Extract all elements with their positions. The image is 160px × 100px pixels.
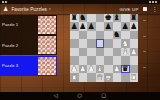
square-h1[interactable]: ♜ [130,73,139,82]
square-a3[interactable] [70,56,79,65]
square-a4[interactable] [70,48,79,57]
back-icon[interactable]: ◁ [54,93,58,98]
home-icon[interactable]: ○ [77,93,82,98]
square-b8[interactable]: ♞ [79,14,88,23]
chess-board: ♜♞♚♝♜♟♟♟♟♟♟♞♞♝♟♟♟♟♝♟♛♜♛♚♜ [70,14,138,82]
wood-glint [143,20,146,21]
notification-icon [2,1,4,3]
piece-black-rook[interactable]: ♜ [70,14,79,23]
square-a6[interactable] [70,31,79,40]
sidebar-item-puzzle-1[interactable]: Puzzle 1 [0,15,57,35]
app-title[interactable]: Favorite Puzzles [11,7,47,12]
piece-white-queen[interactable]: ♛ [96,73,105,82]
pawn-logo-icon: ♟ [3,6,8,12]
square-d4[interactable] [96,48,105,57]
square-g2[interactable]: ♛ [121,65,130,74]
square-f3[interactable] [113,56,122,65]
square-f7[interactable] [113,22,122,31]
square-f4[interactable] [113,48,122,57]
square-e4[interactable] [104,48,113,57]
square-h4[interactable]: ♟ [130,48,139,57]
give-up-button[interactable]: GIVE UP [119,7,138,12]
square-g3[interactable] [121,56,130,65]
square-e8[interactable]: ♚ [104,14,113,23]
puzzle-thumbnail-board [38,36,56,54]
square-c4[interactable] [87,48,96,57]
square-h6[interactable] [130,31,139,40]
square-c5[interactable] [87,39,96,48]
square-b1[interactable] [79,73,88,82]
wood-glint [143,36,146,37]
piece-black-bishop[interactable]: ♝ [113,14,122,23]
square-d3[interactable] [96,56,105,65]
puzzle-label: Puzzle 1 [2,22,38,27]
piece-black-knight[interactable]: ♞ [79,14,88,23]
title-dropdown-caret-icon[interactable]: ▾ [49,7,51,11]
piece-white-pawn[interactable]: ♟ [70,65,79,74]
square-f8[interactable]: ♝ [113,14,122,23]
screen: ♟ Favorite Puzzles ▾ GIVE UP ⋮ Puzzle 1 … [0,0,160,100]
square-d5[interactable] [96,39,105,48]
square-g7[interactable]: ♟ [121,22,130,31]
square-h8[interactable]: ♜ [130,14,139,23]
square-c6[interactable] [87,31,96,40]
square-a1[interactable]: ♜ [70,73,79,82]
square-e1[interactable]: ♚ [104,73,113,82]
piece-white-king[interactable]: ♚ [104,73,113,82]
square-b6[interactable] [79,31,88,40]
signal-icon [152,1,154,3]
wood-glint [143,67,146,68]
piece-black-pawn[interactable]: ♟ [87,22,96,31]
square-h7[interactable]: ♟ [130,22,139,31]
piece-black-pawn[interactable]: ♟ [130,22,139,31]
notification-icon [5,1,7,3]
square-d8[interactable] [96,14,105,23]
square-e5[interactable] [104,39,113,48]
piece-black-knight[interactable]: ♞ [113,31,122,40]
piece-white-pawn[interactable]: ♟ [130,48,139,57]
piece-black-pawn[interactable]: ♟ [79,22,88,31]
puzzle-thumbnail-board [38,57,56,75]
puzzle-list: Puzzle 1 Puzzle 2 Puzzle 3 [0,15,57,77]
piece-white-pawn[interactable]: ♟ [113,65,122,74]
square-b4[interactable] [79,48,88,57]
square-d7[interactable] [96,22,105,31]
wood-glint [143,51,146,52]
square-a8[interactable]: ♜ [70,14,79,23]
piece-white-rook[interactable]: ♜ [130,73,139,82]
square-a5[interactable] [70,39,79,48]
piece-black-pawn[interactable]: ♟ [104,22,113,31]
battery-icon [155,1,157,3]
piece-black-queen[interactable]: ♛ [121,65,130,74]
square-g8[interactable] [121,14,130,23]
puzzle-thumbnail-board [38,16,56,34]
square-d1[interactable]: ♛ [96,73,105,82]
square-f2[interactable]: ♟ [113,65,122,74]
square-c1[interactable] [87,73,96,82]
puzzle-label: Puzzle 3 [2,63,38,68]
square-g5[interactable]: ♞ [121,39,130,48]
square-c8[interactable] [87,14,96,23]
piece-white-knight[interactable]: ♞ [121,39,130,48]
piece-white-pawn[interactable]: ♟ [87,65,96,74]
piece-black-rook[interactable]: ♜ [130,14,139,23]
overflow-menu-icon[interactable]: ⋮ [152,7,158,11]
puzzle-label: Puzzle 2 [2,43,38,48]
piece-white-rook[interactable]: ♜ [70,73,79,82]
android-nav-bar: ◁ ○ ▢ [0,92,160,100]
square-b3[interactable] [79,56,88,65]
square-c7[interactable]: ♟ [87,22,96,31]
square-c2[interactable]: ♟ [87,65,96,74]
square-d2[interactable]: ♝ [96,65,105,74]
square-e3[interactable] [104,56,113,65]
square-h3[interactable] [130,56,139,65]
square-d6[interactable] [96,31,105,40]
square-b5[interactable] [79,39,88,48]
square-e7[interactable]: ♟ [104,22,113,31]
square-b7[interactable]: ♟ [79,22,88,31]
square-h5[interactable] [130,39,139,48]
square-a7[interactable]: ♟ [70,22,79,31]
piece-white-bishop[interactable]: ♝ [121,48,130,57]
sidebar-item-puzzle-3[interactable]: Puzzle 3 [0,56,57,76]
square-f5[interactable] [113,39,122,48]
square-e6[interactable] [104,31,113,40]
piece-black-pawn[interactable]: ♟ [121,22,130,31]
stop-square-icon[interactable] [143,7,147,11]
piece-white-bishop[interactable]: ♝ [96,65,105,74]
square-f1[interactable] [113,73,122,82]
wifi-icon [149,1,151,3]
piece-white-pawn[interactable]: ♟ [79,65,88,74]
square-b2[interactable]: ♟ [79,65,88,74]
square-g1[interactable] [121,73,130,82]
square-g4[interactable]: ♝ [121,48,130,57]
square-a2[interactable]: ♟ [70,65,79,74]
square-e2[interactable] [104,65,113,74]
sidebar-item-puzzle-2[interactable]: Puzzle 2 [0,35,57,55]
piece-black-pawn[interactable]: ♟ [70,22,79,31]
square-f6[interactable]: ♞ [113,31,122,40]
square-h2[interactable] [130,65,139,74]
piece-black-king[interactable]: ♚ [104,14,113,23]
recents-icon[interactable]: ▢ [101,93,106,98]
square-g6[interactable] [121,31,130,40]
square-c3[interactable] [87,56,96,65]
